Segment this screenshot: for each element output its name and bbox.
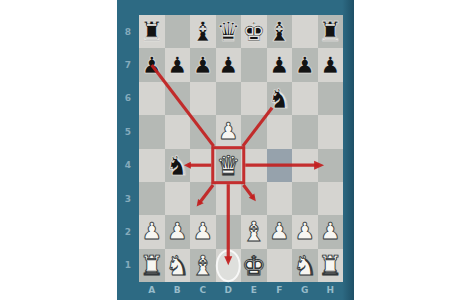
board-square-d1 — [216, 249, 242, 282]
white-queen: ♛ — [216, 152, 240, 179]
file-label-G: G — [292, 285, 318, 295]
black-queen: ♛ — [216, 18, 240, 45]
board-square-g7: ♟ — [292, 48, 318, 81]
black-bishop: ♝ — [267, 18, 291, 45]
board-square-f1 — [267, 249, 293, 282]
white-pawn: ♟ — [294, 220, 315, 243]
white-rook: ♜ — [318, 252, 342, 279]
board-square-d6 — [216, 82, 242, 115]
black-rook: ♜ — [140, 18, 164, 45]
board-square-b3 — [165, 182, 191, 215]
board-square-f7: ♟ — [267, 48, 293, 81]
file-label-F: F — [267, 285, 293, 295]
board-square-e7 — [241, 48, 267, 81]
rank-labels: 87654321 — [117, 15, 139, 282]
board-square-b4: ♞ — [165, 149, 191, 182]
board-square-h1: ♜ — [318, 249, 344, 282]
black-pawn: ♟ — [269, 54, 290, 77]
board-square-c7: ♟ — [190, 48, 216, 81]
white-pawn: ♟ — [218, 120, 239, 143]
board-square-f8: ♝ — [267, 15, 293, 48]
board-square-a6 — [139, 82, 165, 115]
black-pawn: ♟ — [167, 54, 188, 77]
board-square-g5 — [292, 115, 318, 148]
lesson-screenshot: ♜♝♛♚♝♜♟♟♟♟♟♟♟♞♟♞♛♟♟♟♝♟♟♟♜♞♝♚♞♜ 87654321 … — [0, 0, 450, 300]
black-bishop: ♝ — [191, 18, 215, 45]
board-square-f4 — [267, 149, 293, 182]
board-square-h8: ♜ — [318, 15, 344, 48]
board-square-g8 — [292, 15, 318, 48]
black-pawn: ♟ — [294, 54, 315, 77]
board-square-h3 — [318, 182, 344, 215]
black-knight: ♞ — [267, 85, 291, 112]
board-square-f5 — [267, 115, 293, 148]
board-square-h7: ♟ — [318, 48, 344, 81]
board-square-b7: ♟ — [165, 48, 191, 81]
board-square-h2: ♟ — [318, 215, 344, 248]
board-square-f6: ♞ — [267, 82, 293, 115]
white-pawn: ♟ — [192, 220, 213, 243]
rank-label-2: 2 — [117, 227, 139, 237]
rank-label-4: 4 — [117, 160, 139, 170]
board-square-g2: ♟ — [292, 215, 318, 248]
board-square-a5 — [139, 115, 165, 148]
black-rook: ♜ — [318, 18, 342, 45]
board-square-f3 — [267, 182, 293, 215]
white-king: ♚ — [242, 252, 266, 279]
black-pawn: ♟ — [192, 54, 213, 77]
rank-label-1: 1 — [117, 260, 139, 270]
file-label-H: H — [318, 285, 344, 295]
board-square-b8 — [165, 15, 191, 48]
file-label-B: B — [165, 285, 191, 295]
board-square-g4 — [292, 149, 318, 182]
white-knight: ♞ — [165, 252, 189, 279]
board-square-b5 — [165, 115, 191, 148]
board-square-d4: ♛ — [216, 149, 242, 182]
board-square-e8: ♚ — [241, 15, 267, 48]
board-square-h5 — [318, 115, 344, 148]
board-square-c1: ♝ — [190, 249, 216, 282]
board-square-d3 — [216, 182, 242, 215]
board-square-g3 — [292, 182, 318, 215]
white-bishop: ♝ — [191, 252, 215, 279]
board-square-g1: ♞ — [292, 249, 318, 282]
white-pawn: ♟ — [167, 220, 188, 243]
board-square-b6 — [165, 82, 191, 115]
black-pawn: ♟ — [218, 54, 239, 77]
board-square-e2: ♝ — [241, 215, 267, 248]
board-square-a1: ♜ — [139, 249, 165, 282]
file-label-C: C — [190, 285, 216, 295]
white-pawn: ♟ — [269, 220, 290, 243]
white-pawn: ♟ — [320, 220, 341, 243]
black-pawn: ♟ — [141, 54, 162, 77]
board-square-a2: ♟ — [139, 215, 165, 248]
board-square-c6 — [190, 82, 216, 115]
board-square-a4 — [139, 149, 165, 182]
black-king: ♚ — [242, 18, 266, 45]
board-square-d2 — [216, 215, 242, 248]
rank-label-8: 8 — [117, 27, 139, 37]
file-label-D: D — [216, 285, 242, 295]
board-square-e4 — [241, 149, 267, 182]
white-knight: ♞ — [293, 252, 317, 279]
board-square-b2: ♟ — [165, 215, 191, 248]
white-rook: ♜ — [140, 252, 164, 279]
board-square-a8: ♜ — [139, 15, 165, 48]
board-square-h6 — [318, 82, 344, 115]
board-square-a7: ♟ — [139, 48, 165, 81]
board-square-d8: ♛ — [216, 15, 242, 48]
board-square-a3 — [139, 182, 165, 215]
board-square-g6 — [292, 82, 318, 115]
board-square-e5 — [241, 115, 267, 148]
board-square-d7: ♟ — [216, 48, 242, 81]
board-square-c8: ♝ — [190, 15, 216, 48]
board-square-c2: ♟ — [190, 215, 216, 248]
rank-label-7: 7 — [117, 60, 139, 70]
board-square-c4 — [190, 149, 216, 182]
board-square-h4 — [318, 149, 344, 182]
chess-board: ♜♝♛♚♝♜♟♟♟♟♟♟♟♞♟♞♛♟♟♟♝♟♟♟♜♞♝♚♞♜ — [139, 15, 343, 282]
rank-label-5: 5 — [117, 127, 139, 137]
rank-label-3: 3 — [117, 194, 139, 204]
board-square-b1: ♞ — [165, 249, 191, 282]
board-square-c3 — [190, 182, 216, 215]
board-square-e1: ♚ — [241, 249, 267, 282]
rank-label-6: 6 — [117, 93, 139, 103]
board-square-f2: ♟ — [267, 215, 293, 248]
file-label-A: A — [139, 285, 165, 295]
board-square-e6 — [241, 82, 267, 115]
board-square-e3 — [241, 182, 267, 215]
white-pawn: ♟ — [141, 220, 162, 243]
black-pawn: ♟ — [320, 54, 341, 77]
board-square-c5 — [190, 115, 216, 148]
black-knight: ♞ — [165, 152, 189, 179]
file-labels: ABCDEFGH — [139, 282, 343, 300]
file-label-E: E — [241, 285, 267, 295]
board-square-d5: ♟ — [216, 115, 242, 148]
white-bishop: ♝ — [242, 218, 266, 245]
